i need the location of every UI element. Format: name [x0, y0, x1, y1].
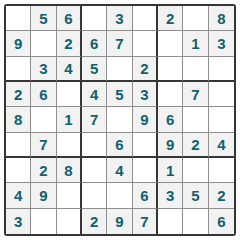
sudoku-cell-r2c8[interactable]: 1 — [183, 31, 208, 56]
sudoku-cell-r8c9[interactable]: 2 — [209, 183, 234, 208]
sudoku-cell-r2c5[interactable]: 7 — [107, 31, 132, 56]
sudoku-cell-r5c5[interactable] — [107, 107, 132, 132]
sudoku-cell-r2c6[interactable] — [133, 31, 158, 56]
sudoku-cell-r5c6[interactable]: 9 — [133, 107, 158, 132]
sudoku-cell-r8c1[interactable]: 4 — [6, 183, 31, 208]
sudoku-cell-r3c3[interactable]: 4 — [57, 57, 82, 82]
sudoku-cell-r7c6[interactable] — [133, 158, 158, 183]
sudoku-cell-r3c5[interactable] — [107, 57, 132, 82]
sudoku-cell-r2c1[interactable]: 9 — [6, 31, 31, 56]
sudoku-cell-r1c1[interactable] — [6, 6, 31, 31]
sudoku-cell-r7c9[interactable] — [209, 158, 234, 183]
sudoku-cell-r3c8[interactable] — [183, 57, 208, 82]
sudoku-cell-r5c8[interactable] — [183, 107, 208, 132]
sudoku-cell-r7c7[interactable]: 1 — [158, 158, 183, 183]
sudoku-cell-r7c3[interactable]: 8 — [57, 158, 82, 183]
sudoku-cell-r8c6[interactable]: 6 — [133, 183, 158, 208]
sudoku-cell-r2c3[interactable]: 2 — [57, 31, 82, 56]
sudoku-cell-r1c8[interactable] — [183, 6, 208, 31]
sudoku-board: 5632892671334522645378179676924284149635… — [4, 4, 236, 236]
sudoku-cell-r5c1[interactable]: 8 — [6, 107, 31, 132]
sudoku-cell-r1c3[interactable]: 6 — [57, 6, 82, 31]
sudoku-cell-r7c2[interactable]: 2 — [31, 158, 56, 183]
sudoku-cell-r3c6[interactable]: 2 — [133, 57, 158, 82]
sudoku-cell-r4c9[interactable] — [209, 82, 234, 107]
sudoku-cell-r4c8[interactable]: 7 — [183, 82, 208, 107]
sudoku-cell-r4c2[interactable]: 6 — [31, 82, 56, 107]
sudoku-cell-r6c7[interactable]: 9 — [158, 133, 183, 158]
sudoku-cell-r2c9[interactable]: 3 — [209, 31, 234, 56]
sudoku-cell-r5c4[interactable]: 7 — [82, 107, 107, 132]
sudoku-cell-r3c7[interactable] — [158, 57, 183, 82]
sudoku-cell-r4c4[interactable]: 4 — [82, 82, 107, 107]
sudoku-cell-r6c9[interactable]: 4 — [209, 133, 234, 158]
sudoku-cell-r8c5[interactable] — [107, 183, 132, 208]
sudoku-cell-r1c5[interactable]: 3 — [107, 6, 132, 31]
sudoku-cell-r9c8[interactable] — [183, 209, 208, 234]
sudoku-cell-r1c9[interactable]: 8 — [209, 6, 234, 31]
sudoku-cell-r6c4[interactable] — [82, 133, 107, 158]
sudoku-cell-r9c7[interactable] — [158, 209, 183, 234]
sudoku-cell-r2c2[interactable] — [31, 31, 56, 56]
sudoku-cell-r8c4[interactable] — [82, 183, 107, 208]
sudoku-cell-r5c7[interactable]: 6 — [158, 107, 183, 132]
sudoku-cell-r1c6[interactable] — [133, 6, 158, 31]
sudoku-cell-r4c1[interactable]: 2 — [6, 82, 31, 107]
sudoku-cell-r6c1[interactable] — [6, 133, 31, 158]
sudoku-cell-r9c3[interactable] — [57, 209, 82, 234]
sudoku-cell-r5c2[interactable] — [31, 107, 56, 132]
sudoku-cell-r4c3[interactable] — [57, 82, 82, 107]
sudoku-cell-r1c2[interactable]: 5 — [31, 6, 56, 31]
sudoku-cell-r9c5[interactable]: 9 — [107, 209, 132, 234]
sudoku-cell-r3c4[interactable]: 5 — [82, 57, 107, 82]
sudoku-cell-r5c9[interactable] — [209, 107, 234, 132]
sudoku-cell-r6c6[interactable] — [133, 133, 158, 158]
sudoku-cell-r2c7[interactable] — [158, 31, 183, 56]
sudoku-cell-r8c3[interactable] — [57, 183, 82, 208]
sudoku-cell-r1c4[interactable] — [82, 6, 107, 31]
sudoku-cell-r3c2[interactable]: 3 — [31, 57, 56, 82]
sudoku-cell-r1c7[interactable]: 2 — [158, 6, 183, 31]
sudoku-cell-r6c8[interactable]: 2 — [183, 133, 208, 158]
sudoku-cell-r4c7[interactable] — [158, 82, 183, 107]
sudoku-cell-r3c9[interactable] — [209, 57, 234, 82]
sudoku-cell-r6c5[interactable]: 6 — [107, 133, 132, 158]
sudoku-cell-r6c2[interactable]: 7 — [31, 133, 56, 158]
sudoku-cell-r4c6[interactable]: 3 — [133, 82, 158, 107]
sudoku-cell-r8c7[interactable]: 3 — [158, 183, 183, 208]
sudoku-cell-r9c6[interactable]: 7 — [133, 209, 158, 234]
sudoku-cell-r7c1[interactable] — [6, 158, 31, 183]
sudoku-cell-r7c4[interactable] — [82, 158, 107, 183]
sudoku-cell-r7c5[interactable]: 4 — [107, 158, 132, 183]
sudoku-cell-r9c9[interactable]: 6 — [209, 209, 234, 234]
sudoku-cell-r9c4[interactable]: 2 — [82, 209, 107, 234]
sudoku-cell-r2c4[interactable]: 6 — [82, 31, 107, 56]
sudoku-cell-r6c3[interactable] — [57, 133, 82, 158]
sudoku-cell-r3c1[interactable] — [6, 57, 31, 82]
sudoku-cell-r8c2[interactable]: 9 — [31, 183, 56, 208]
sudoku-cell-r7c8[interactable] — [183, 158, 208, 183]
sudoku-cell-r5c3[interactable]: 1 — [57, 107, 82, 132]
sudoku-cell-r8c8[interactable]: 5 — [183, 183, 208, 208]
sudoku-cell-r9c1[interactable]: 3 — [6, 209, 31, 234]
sudoku-cell-r4c5[interactable]: 5 — [107, 82, 132, 107]
sudoku-cell-r9c2[interactable] — [31, 209, 56, 234]
